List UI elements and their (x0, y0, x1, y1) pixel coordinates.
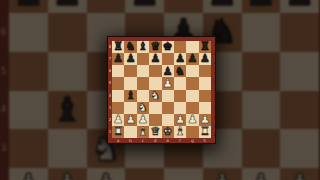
square-h4[interactable] (199, 90, 211, 102)
square-g6[interactable] (186, 65, 198, 77)
square-f6[interactable]: ♞ (174, 65, 186, 77)
piece-white-king[interactable]: ♚ (163, 126, 173, 137)
square-c5[interactable] (137, 77, 149, 89)
square-h5[interactable] (199, 77, 211, 89)
square-f4[interactable] (174, 90, 186, 102)
file-label-a: a (112, 138, 124, 143)
square-d3[interactable] (149, 102, 161, 114)
piece-black-knight[interactable]: ♞ (175, 65, 185, 76)
square-d1[interactable]: ♛ (149, 126, 161, 138)
square-g5[interactable] (186, 77, 198, 89)
square-g1[interactable] (186, 126, 198, 138)
square-h1[interactable]: ♜ (199, 126, 211, 138)
square-h6[interactable] (199, 65, 211, 77)
square-c7[interactable] (137, 53, 149, 65)
piece-black-pawn[interactable]: ♟ (200, 53, 210, 64)
square-a7[interactable]: ♟ (112, 53, 124, 65)
square-a6[interactable] (112, 65, 124, 77)
square-a4[interactable] (112, 90, 124, 102)
piece-black-bishop[interactable]: ♝ (125, 90, 135, 101)
square-e3[interactable] (162, 102, 174, 114)
square-g7[interactable]: ♟ (186, 53, 198, 65)
piece-black-pawn[interactable]: ♟ (150, 53, 160, 64)
square-d6[interactable] (149, 65, 161, 77)
file-label-c: c (137, 138, 149, 143)
square-b7[interactable]: ♟ (124, 53, 136, 65)
file-label-d: d (149, 138, 161, 143)
square-d4[interactable]: ♞ (149, 90, 161, 102)
square-h7[interactable]: ♟ (199, 53, 211, 65)
piece-white-pawn[interactable]: ♟ (125, 114, 135, 125)
square-c1[interactable]: ♝ (137, 126, 149, 138)
square-e1[interactable]: ♚ (162, 126, 174, 138)
video-frame: ♜♞♝♛♚♜♟♟♟♟♟♟♟♞♟♝♞♞♟♟♟♟♟♟♜♝♛♚♝♜ 87654321a… (0, 0, 320, 180)
file-label-f: f (174, 138, 186, 143)
piece-white-bishop[interactable]: ♝ (138, 126, 148, 137)
piece-white-pawn[interactable]: ♟ (163, 78, 173, 89)
square-b6[interactable] (124, 65, 136, 77)
piece-white-pawn[interactable]: ♟ (187, 114, 197, 125)
square-c6[interactable] (137, 65, 149, 77)
file-label-e: e (162, 138, 174, 143)
square-f1[interactable]: ♝ (174, 126, 186, 138)
square-c8[interactable]: ♝ (137, 41, 149, 53)
piece-white-bishop[interactable]: ♝ (175, 126, 185, 137)
square-f5[interactable] (174, 77, 186, 89)
chess-board[interactable]: ♜♞♝♛♚♜♟♟♟♟♟♟♟♞♟♝♞♞♟♟♟♟♟♟♜♝♛♚♝♜ 87654321a… (108, 37, 215, 143)
piece-black-pawn[interactable]: ♟ (187, 53, 197, 64)
square-d7[interactable]: ♟ (149, 53, 161, 65)
piece-white-knight[interactable]: ♞ (150, 90, 160, 101)
board-grid: ♜♞♝♛♚♜♟♟♟♟♟♟♟♞♟♝♞♞♟♟♟♟♟♟♜♝♛♚♝♜ (112, 41, 211, 138)
square-e4[interactable] (162, 90, 174, 102)
piece-black-pawn[interactable]: ♟ (125, 53, 135, 64)
square-g2[interactable]: ♟ (186, 114, 198, 126)
file-label-h: h (199, 138, 211, 143)
piece-white-rook[interactable]: ♜ (200, 126, 210, 137)
square-b1[interactable] (124, 126, 136, 138)
piece-white-queen[interactable]: ♛ (150, 126, 160, 137)
square-e5[interactable]: ♟ (162, 77, 174, 89)
file-label-g: g (186, 138, 198, 143)
piece-black-king[interactable]: ♚ (163, 41, 173, 52)
square-e8[interactable]: ♚ (162, 41, 174, 53)
square-b4[interactable]: ♝ (124, 90, 136, 102)
square-a1[interactable]: ♜ (112, 126, 124, 138)
piece-white-rook[interactable]: ♜ (113, 126, 123, 137)
file-label-b: b (124, 138, 136, 143)
square-g4[interactable] (186, 90, 198, 102)
square-a5[interactable] (112, 77, 124, 89)
piece-black-pawn[interactable]: ♟ (113, 53, 123, 64)
piece-black-bishop[interactable]: ♝ (138, 41, 148, 52)
square-b2[interactable]: ♟ (124, 114, 136, 126)
